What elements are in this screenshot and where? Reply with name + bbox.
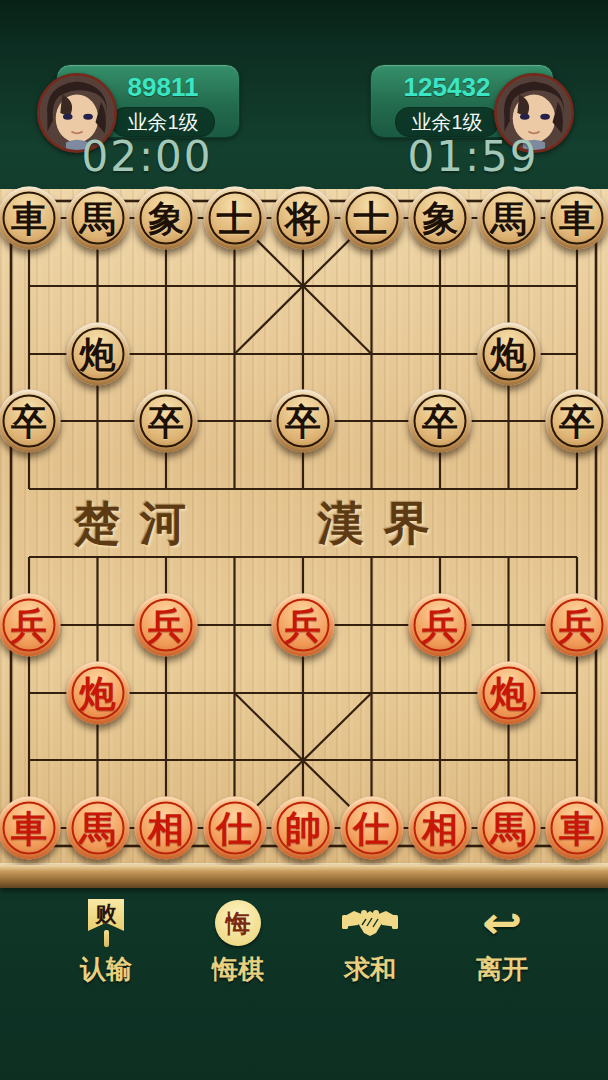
draw-offer-button[interactable]: 求和 (315, 896, 425, 987)
piece-red-r9c1[interactable]: 馬 (66, 797, 129, 860)
xiangqi-board[interactable]: 楚河 漢界 車馬象士将士象馬車炮炮卒卒卒卒卒兵兵兵兵兵炮炮車馬相仕帥仕相馬車 (0, 189, 608, 865)
piece-black-r0c4[interactable]: 将 (272, 187, 335, 250)
piece-black-r3c6[interactable]: 卒 (409, 390, 472, 453)
piece-red-r7c7[interactable]: 炮 (477, 662, 540, 725)
resign-button[interactable]: 败 认输 (51, 896, 161, 987)
piece-black-r0c1[interactable]: 馬 (66, 187, 129, 250)
handshake-icon (342, 903, 398, 943)
piece-black-r0c2[interactable]: 象 (135, 187, 198, 250)
pieces-layer: 車馬象士将士象馬車炮炮卒卒卒卒卒兵兵兵兵兵炮炮車馬相仕帥仕相馬車 (0, 189, 608, 865)
defeat-flag-icon: 败 (84, 897, 128, 949)
timer-left: 02:00 (56, 132, 238, 181)
piece-black-r2c7[interactable]: 炮 (477, 323, 540, 386)
piece-black-r0c7[interactable]: 馬 (477, 187, 540, 250)
piece-red-r6c0[interactable]: 兵 (0, 594, 61, 657)
piece-red-r6c8[interactable]: 兵 (546, 594, 608, 657)
xiangqi-game-screen: 89811 业余1级 125432 业余1级 (0, 0, 608, 1080)
piece-red-r6c4[interactable]: 兵 (272, 594, 335, 657)
piece-black-r0c0[interactable]: 車 (0, 187, 61, 250)
timer-right: 01:59 (382, 132, 564, 181)
resign-label: 认输 (80, 952, 132, 987)
piece-red-r9c7[interactable]: 馬 (477, 797, 540, 860)
board-ledge (0, 865, 608, 888)
undo-icon: 悔 (215, 900, 261, 946)
piece-red-r9c3[interactable]: 仕 (203, 797, 266, 860)
piece-red-r9c2[interactable]: 相 (135, 797, 198, 860)
toolbar: 败 认输 悔 悔棋 (0, 896, 608, 987)
leave-button[interactable]: ↩ 离开 (447, 896, 557, 987)
undo-button[interactable]: 悔 悔棋 (183, 896, 293, 987)
piece-black-r0c3[interactable]: 士 (203, 187, 266, 250)
piece-black-r3c2[interactable]: 卒 (135, 390, 198, 453)
return-arrow-icon: ↩ (482, 901, 522, 945)
piece-black-r0c5[interactable]: 士 (340, 187, 403, 250)
draw-offer-label: 求和 (344, 952, 396, 987)
piece-red-r9c8[interactable]: 車 (546, 797, 608, 860)
piece-red-r9c4[interactable]: 帥 (272, 797, 335, 860)
piece-red-r6c6[interactable]: 兵 (409, 594, 472, 657)
piece-black-r0c8[interactable]: 車 (546, 187, 608, 250)
piece-black-r2c1[interactable]: 炮 (66, 323, 129, 386)
piece-black-r3c4[interactable]: 卒 (272, 390, 335, 453)
piece-black-r3c0[interactable]: 卒 (0, 390, 61, 453)
piece-black-r0c6[interactable]: 象 (409, 187, 472, 250)
undo-label: 悔棋 (212, 952, 264, 987)
piece-red-r7c1[interactable]: 炮 (66, 662, 129, 725)
piece-red-r6c2[interactable]: 兵 (135, 594, 198, 657)
piece-red-r9c5[interactable]: 仕 (340, 797, 403, 860)
piece-red-r9c6[interactable]: 相 (409, 797, 472, 860)
piece-black-r3c8[interactable]: 卒 (546, 390, 608, 453)
leave-label: 离开 (476, 952, 528, 987)
piece-red-r9c0[interactable]: 車 (0, 797, 61, 860)
